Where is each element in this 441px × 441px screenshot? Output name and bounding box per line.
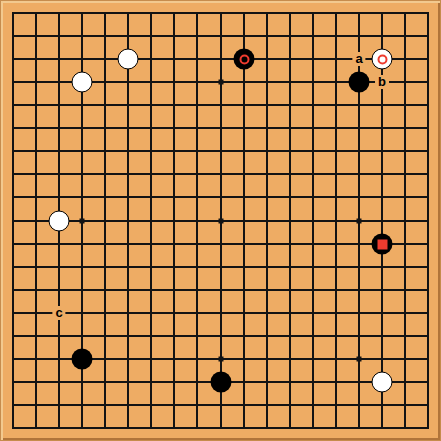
grid-line-horizontal [12,404,429,406]
star-point [357,357,362,362]
label-b: b [375,75,389,89]
star-point [219,357,224,362]
star-point [219,80,224,85]
grid-line-vertical [266,12,268,429]
grid-line-horizontal [12,427,429,429]
grid-line-horizontal [12,312,429,314]
grid-line-vertical [404,12,406,429]
stone-white-D16 [72,72,93,93]
stone-black-Q16 [349,72,370,93]
circle-marker [377,54,387,64]
grid-line-vertical [243,12,245,429]
go-board: abc [0,0,441,441]
stone-black-D4 [72,349,93,370]
circle-marker [239,54,249,64]
stone-black-L17 [234,49,255,70]
star-point [357,219,362,224]
label-a: a [352,52,365,66]
grid-line-vertical [289,12,291,429]
square-marker [377,239,387,249]
grid-line-vertical [427,12,429,429]
go-board-diagram: abc [0,0,441,441]
grid-line-horizontal [12,243,429,245]
grid-line-horizontal [12,335,429,337]
stone-white-R17 [372,49,393,70]
stone-white-F17 [118,49,139,70]
star-point [80,219,85,224]
stone-white-R3 [372,372,393,393]
star-point [219,219,224,224]
grid-line-horizontal [12,289,429,291]
grid-line-vertical [335,12,337,429]
label-c: c [52,306,65,320]
stone-white-C10 [49,211,70,232]
stone-black-K3 [211,372,232,393]
grid-line-horizontal [12,266,429,268]
stone-black-R9 [372,234,393,255]
grid-line-vertical [312,12,314,429]
